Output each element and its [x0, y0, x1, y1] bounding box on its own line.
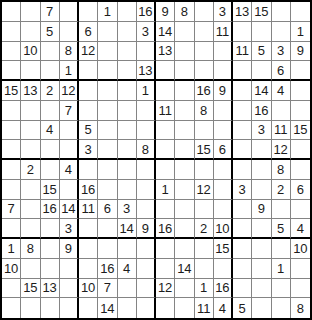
- cell-r15c12[interactable]: 16: [214, 279, 233, 299]
- cell-r5c5[interactable]: [79, 81, 98, 101]
- cell-r2c2[interactable]: [21, 22, 40, 42]
- cell-r8c12[interactable]: 6: [214, 140, 233, 160]
- cell-r15c10[interactable]: [175, 279, 194, 299]
- cell-r11c8[interactable]: [137, 200, 156, 220]
- cell-r11c10[interactable]: [175, 200, 194, 220]
- cell-r9c5[interactable]: [79, 160, 98, 180]
- cell-r15c9[interactable]: 12: [156, 279, 175, 299]
- cell-r13c2[interactable]: 8: [21, 239, 40, 259]
- cell-r12c6[interactable]: [98, 219, 117, 239]
- cell-r9c10[interactable]: [175, 160, 194, 180]
- cell-r16c5[interactable]: [79, 298, 98, 318]
- cell-r4c6[interactable]: [98, 61, 117, 81]
- cell-r11c16[interactable]: [291, 200, 310, 220]
- cell-r11c7[interactable]: 3: [118, 200, 137, 220]
- cell-r9c8[interactable]: [137, 160, 156, 180]
- cell-r8c11[interactable]: 15: [195, 140, 214, 160]
- cell-r12c2[interactable]: [21, 219, 40, 239]
- cell-r1c5[interactable]: [79, 2, 98, 22]
- cell-r11c1[interactable]: 7: [2, 200, 21, 220]
- cell-r15c15[interactable]: [272, 279, 291, 299]
- cell-r11c15[interactable]: [272, 200, 291, 220]
- cell-r5c14[interactable]: 14: [252, 81, 271, 101]
- cell-r9c3[interactable]: [41, 160, 60, 180]
- cell-r6c1[interactable]: [2, 101, 21, 121]
- cell-r2c13[interactable]: [233, 22, 252, 42]
- cell-r10c7[interactable]: [118, 180, 137, 200]
- cell-r5c16[interactable]: [291, 81, 310, 101]
- cell-r10c15[interactable]: 2: [272, 180, 291, 200]
- cell-r14c5[interactable]: [79, 259, 98, 279]
- cell-r1c9[interactable]: 9: [156, 2, 175, 22]
- cell-r7c1[interactable]: [2, 121, 21, 141]
- sudoku-board: 7116983131556314111108121311539113615132…: [0, 0, 312, 320]
- cell-r5c7[interactable]: [118, 81, 137, 101]
- cell-r11c2[interactable]: [21, 200, 40, 220]
- cell-r10c3[interactable]: 15: [41, 180, 60, 200]
- cell-r11c11[interactable]: [195, 200, 214, 220]
- cell-r9c11[interactable]: [195, 160, 214, 180]
- cell-r2c14[interactable]: [252, 22, 271, 42]
- cell-r15c6[interactable]: 7: [98, 279, 117, 299]
- cell-r10c14[interactable]: [252, 180, 271, 200]
- cell-r5c3[interactable]: 2: [41, 81, 60, 101]
- cell-r2c3[interactable]: 5: [41, 22, 60, 42]
- cell-r2c10[interactable]: [175, 22, 194, 42]
- cell-r1c1[interactable]: [2, 2, 21, 22]
- cell-r9c7[interactable]: [118, 160, 137, 180]
- cell-r6c15[interactable]: [272, 101, 291, 121]
- cell-r4c16[interactable]: [291, 61, 310, 81]
- cell-r7c5[interactable]: 5: [79, 121, 98, 141]
- cell-r8c8[interactable]: 8: [137, 140, 156, 160]
- cell-r2c9[interactable]: 14: [156, 22, 175, 42]
- cell-r3c16[interactable]: 9: [291, 42, 310, 62]
- cell-r6c5[interactable]: [79, 101, 98, 121]
- cell-r13c14[interactable]: [252, 239, 271, 259]
- cell-r9c6[interactable]: [98, 160, 117, 180]
- cell-r10c11[interactable]: 12: [195, 180, 214, 200]
- cell-r3c2[interactable]: 10: [21, 42, 40, 62]
- cell-r1c7[interactable]: [118, 2, 137, 22]
- cell-r4c7[interactable]: [118, 61, 137, 81]
- cell-r5c8[interactable]: 1: [137, 81, 156, 101]
- cell-r7c16[interactable]: 15: [291, 121, 310, 141]
- cell-r4c9[interactable]: [156, 61, 175, 81]
- cell-r16c6[interactable]: 14: [98, 298, 117, 318]
- cell-r3c13[interactable]: 11: [233, 42, 252, 62]
- cell-r3c3[interactable]: [41, 42, 60, 62]
- cell-r10c5[interactable]: 16: [79, 180, 98, 200]
- cell-r2c1[interactable]: [2, 22, 21, 42]
- cell-r13c11[interactable]: [195, 239, 214, 259]
- cell-r15c16[interactable]: [291, 279, 310, 299]
- cell-r11c14[interactable]: 9: [252, 200, 271, 220]
- cell-r9c15[interactable]: 8: [272, 160, 291, 180]
- cell-r6c3[interactable]: [41, 101, 60, 121]
- cell-r14c7[interactable]: 4: [118, 259, 137, 279]
- cell-r14c1[interactable]: 10: [2, 259, 21, 279]
- cell-r10c6[interactable]: [98, 180, 117, 200]
- cell-r2c6[interactable]: [98, 22, 117, 42]
- cell-r4c10[interactable]: [175, 61, 194, 81]
- cell-r7c8[interactable]: [137, 121, 156, 141]
- cell-r4c1[interactable]: [2, 61, 21, 81]
- cell-r14c13[interactable]: [233, 259, 252, 279]
- cell-r9c14[interactable]: [252, 160, 271, 180]
- cell-r13c9[interactable]: [156, 239, 175, 259]
- cell-r10c4[interactable]: [60, 180, 79, 200]
- cell-r1c10[interactable]: 8: [175, 2, 194, 22]
- cell-r16c16[interactable]: 8: [291, 298, 310, 318]
- cell-r4c12[interactable]: [214, 61, 233, 81]
- cell-r16c8[interactable]: [137, 298, 156, 318]
- cell-r2c5[interactable]: 6: [79, 22, 98, 42]
- cell-r13c3[interactable]: [41, 239, 60, 259]
- cell-r13c15[interactable]: [272, 239, 291, 259]
- cell-r5c4[interactable]: 12: [60, 81, 79, 101]
- cell-r6c11[interactable]: 8: [195, 101, 214, 121]
- cell-r7c13[interactable]: [233, 121, 252, 141]
- cell-r11c5[interactable]: 11: [79, 200, 98, 220]
- cell-r12c10[interactable]: [175, 219, 194, 239]
- cell-r6c9[interactable]: 11: [156, 101, 175, 121]
- cell-r3c9[interactable]: 13: [156, 42, 175, 62]
- cell-r16c10[interactable]: [175, 298, 194, 318]
- cell-r8c3[interactable]: [41, 140, 60, 160]
- cell-r16c1[interactable]: [2, 298, 21, 318]
- cell-r1c15[interactable]: [272, 2, 291, 22]
- cell-r10c12[interactable]: [214, 180, 233, 200]
- cell-r2c8[interactable]: 3: [137, 22, 156, 42]
- cell-r4c2[interactable]: [21, 61, 40, 81]
- cell-r15c4[interactable]: [60, 279, 79, 299]
- cell-r11c3[interactable]: 16: [41, 200, 60, 220]
- cell-r14c6[interactable]: 16: [98, 259, 117, 279]
- cell-r16c9[interactable]: [156, 298, 175, 318]
- cell-r7c7[interactable]: [118, 121, 137, 141]
- cell-r15c3[interactable]: 13: [41, 279, 60, 299]
- cell-r5c9[interactable]: [156, 81, 175, 101]
- cell-r9c12[interactable]: [214, 160, 233, 180]
- cell-r13c10[interactable]: [175, 239, 194, 259]
- cell-r5c10[interactable]: [175, 81, 194, 101]
- cell-r7c12[interactable]: [214, 121, 233, 141]
- cell-r7c3[interactable]: 4: [41, 121, 60, 141]
- cell-r2c4[interactable]: [60, 22, 79, 42]
- cell-r15c1[interactable]: [2, 279, 21, 299]
- cell-r10c10[interactable]: [175, 180, 194, 200]
- cell-r5c11[interactable]: 16: [195, 81, 214, 101]
- cell-r6c4[interactable]: 7: [60, 101, 79, 121]
- cell-r9c13[interactable]: [233, 160, 252, 180]
- cell-r7c4[interactable]: [60, 121, 79, 141]
- cell-r15c7[interactable]: [118, 279, 137, 299]
- cell-r16c2[interactable]: [21, 298, 40, 318]
- cell-r12c16[interactable]: 4: [291, 219, 310, 239]
- cell-r13c5[interactable]: [79, 239, 98, 259]
- cell-r8c6[interactable]: [98, 140, 117, 160]
- cell-r7c9[interactable]: [156, 121, 175, 141]
- cell-r13c13[interactable]: [233, 239, 252, 259]
- cell-r8c15[interactable]: 12: [272, 140, 291, 160]
- cell-r4c11[interactable]: [195, 61, 214, 81]
- cell-r4c14[interactable]: [252, 61, 271, 81]
- cell-r10c1[interactable]: [2, 180, 21, 200]
- cell-r11c6[interactable]: 6: [98, 200, 117, 220]
- cell-r12c15[interactable]: 5: [272, 219, 291, 239]
- cell-r7c2[interactable]: [21, 121, 40, 141]
- cell-r3c12[interactable]: [214, 42, 233, 62]
- cell-r10c8[interactable]: [137, 180, 156, 200]
- cell-r1c8[interactable]: 16: [137, 2, 156, 22]
- cell-r16c4[interactable]: [60, 298, 79, 318]
- cell-r9c1[interactable]: [2, 160, 21, 180]
- cell-r16c14[interactable]: [252, 298, 271, 318]
- cell-r8c1[interactable]: [2, 140, 21, 160]
- cell-r8c9[interactable]: [156, 140, 175, 160]
- cell-r5c2[interactable]: 13: [21, 81, 40, 101]
- cell-r12c4[interactable]: 3: [60, 219, 79, 239]
- cell-r6c10[interactable]: [175, 101, 194, 121]
- cell-r14c15[interactable]: 1: [272, 259, 291, 279]
- cell-r8c7[interactable]: [118, 140, 137, 160]
- cell-r14c10[interactable]: 14: [175, 259, 194, 279]
- cell-r11c13[interactable]: [233, 200, 252, 220]
- cell-r13c8[interactable]: [137, 239, 156, 259]
- cell-r5c1[interactable]: 15: [2, 81, 21, 101]
- cell-r6c6[interactable]: [98, 101, 117, 121]
- cell-r12c5[interactable]: [79, 219, 98, 239]
- cell-r2c15[interactable]: [272, 22, 291, 42]
- cell-r3c7[interactable]: [118, 42, 137, 62]
- cell-r7c14[interactable]: 3: [252, 121, 271, 141]
- cell-r2c12[interactable]: 11: [214, 22, 233, 42]
- cell-r13c1[interactable]: 1: [2, 239, 21, 259]
- cell-r1c16[interactable]: [291, 2, 310, 22]
- cell-r12c1[interactable]: [2, 219, 21, 239]
- cell-r1c11[interactable]: [195, 2, 214, 22]
- cell-r7c11[interactable]: [195, 121, 214, 141]
- cell-r6c14[interactable]: 16: [252, 101, 271, 121]
- cell-r1c2[interactable]: [21, 2, 40, 22]
- cell-r10c9[interactable]: 1: [156, 180, 175, 200]
- cell-r1c13[interactable]: 13: [233, 2, 252, 22]
- cell-r14c8[interactable]: [137, 259, 156, 279]
- cell-r14c12[interactable]: [214, 259, 233, 279]
- cell-r11c4[interactable]: 14: [60, 200, 79, 220]
- cell-r8c13[interactable]: [233, 140, 252, 160]
- cell-r10c16[interactable]: 6: [291, 180, 310, 200]
- cell-r6c16[interactable]: [291, 101, 310, 121]
- cell-r16c3[interactable]: [41, 298, 60, 318]
- cell-r6c7[interactable]: [118, 101, 137, 121]
- cell-r13c7[interactable]: [118, 239, 137, 259]
- cell-r15c11[interactable]: 1: [195, 279, 214, 299]
- cell-r7c6[interactable]: [98, 121, 117, 141]
- cell-r13c12[interactable]: 15: [214, 239, 233, 259]
- cell-r12c14[interactable]: [252, 219, 271, 239]
- cell-r2c11[interactable]: [195, 22, 214, 42]
- cell-r9c4[interactable]: 4: [60, 160, 79, 180]
- cell-r4c15[interactable]: 6: [272, 61, 291, 81]
- cell-r16c7[interactable]: [118, 298, 137, 318]
- cell-r15c5[interactable]: 10: [79, 279, 98, 299]
- cell-r4c13[interactable]: [233, 61, 252, 81]
- cell-r12c8[interactable]: 9: [137, 219, 156, 239]
- cell-r6c2[interactable]: [21, 101, 40, 121]
- cell-r14c4[interactable]: [60, 259, 79, 279]
- cell-r13c4[interactable]: 9: [60, 239, 79, 259]
- cell-r3c8[interactable]: [137, 42, 156, 62]
- cell-r3c14[interactable]: 5: [252, 42, 271, 62]
- cell-r13c16[interactable]: 10: [291, 239, 310, 259]
- cell-r14c16[interactable]: [291, 259, 310, 279]
- cell-r16c12[interactable]: 4: [214, 298, 233, 318]
- cell-r5c13[interactable]: [233, 81, 252, 101]
- cell-r8c16[interactable]: [291, 140, 310, 160]
- cell-r16c11[interactable]: 11: [195, 298, 214, 318]
- cell-r3c11[interactable]: [195, 42, 214, 62]
- cell-r4c3[interactable]: [41, 61, 60, 81]
- cell-r2c7[interactable]: [118, 22, 137, 42]
- cell-r3c10[interactable]: [175, 42, 194, 62]
- cell-r14c3[interactable]: [41, 259, 60, 279]
- cell-r14c2[interactable]: [21, 259, 40, 279]
- cell-r6c13[interactable]: [233, 101, 252, 121]
- cell-r15c8[interactable]: [137, 279, 156, 299]
- cell-r12c11[interactable]: 2: [195, 219, 214, 239]
- cell-r6c8[interactable]: [137, 101, 156, 121]
- cell-r3c15[interactable]: 3: [272, 42, 291, 62]
- cell-r14c14[interactable]: [252, 259, 271, 279]
- cell-r5c6[interactable]: [98, 81, 117, 101]
- cell-r7c10[interactable]: [175, 121, 194, 141]
- cell-r13c6[interactable]: [98, 239, 117, 259]
- cell-r16c15[interactable]: [272, 298, 291, 318]
- cell-r12c9[interactable]: 16: [156, 219, 175, 239]
- cell-r8c2[interactable]: [21, 140, 40, 160]
- cell-r11c9[interactable]: [156, 200, 175, 220]
- cell-r16c13[interactable]: 5: [233, 298, 252, 318]
- cell-r7c15[interactable]: 11: [272, 121, 291, 141]
- cell-r4c8[interactable]: 13: [137, 61, 156, 81]
- cell-r14c11[interactable]: [195, 259, 214, 279]
- cell-r14c9[interactable]: [156, 259, 175, 279]
- cell-r15c2[interactable]: 15: [21, 279, 40, 299]
- cell-r9c9[interactable]: [156, 160, 175, 180]
- cell-r9c16[interactable]: [291, 160, 310, 180]
- cell-r5c15[interactable]: 4: [272, 81, 291, 101]
- cell-r12c7[interactable]: 14: [118, 219, 137, 239]
- cell-r1c6[interactable]: 1: [98, 2, 117, 22]
- cell-r8c14[interactable]: [252, 140, 271, 160]
- cell-r12c12[interactable]: 10: [214, 219, 233, 239]
- cell-r12c3[interactable]: [41, 219, 60, 239]
- cell-r3c4[interactable]: 8: [60, 42, 79, 62]
- cell-r10c13[interactable]: 3: [233, 180, 252, 200]
- cell-r11c12[interactable]: [214, 200, 233, 220]
- cell-r3c6[interactable]: [98, 42, 117, 62]
- cell-r1c3[interactable]: 7: [41, 2, 60, 22]
- cell-r1c12[interactable]: 3: [214, 2, 233, 22]
- cell-r4c4[interactable]: 1: [60, 61, 79, 81]
- cell-r8c10[interactable]: [175, 140, 194, 160]
- cell-r10c2[interactable]: [21, 180, 40, 200]
- cell-r2c16[interactable]: 1: [291, 22, 310, 42]
- cell-r12c13[interactable]: [233, 219, 252, 239]
- cell-r15c14[interactable]: [252, 279, 271, 299]
- cell-r1c4[interactable]: [60, 2, 79, 22]
- cell-r15c13[interactable]: [233, 279, 252, 299]
- cell-r6c12[interactable]: [214, 101, 233, 121]
- cell-r1c14[interactable]: 15: [252, 2, 271, 22]
- cell-r8c4[interactable]: [60, 140, 79, 160]
- cell-r8c5[interactable]: 3: [79, 140, 98, 160]
- cell-r3c1[interactable]: [2, 42, 21, 62]
- cell-r3c5[interactable]: 12: [79, 42, 98, 62]
- cell-r9c2[interactable]: 2: [21, 160, 40, 180]
- cell-r5c12[interactable]: 9: [214, 81, 233, 101]
- cell-r4c5[interactable]: [79, 61, 98, 81]
